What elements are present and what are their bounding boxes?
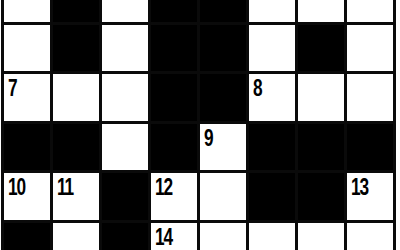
cell-r5c5[interactable]: [249, 223, 295, 250]
cell-r0c1-block: [53, 0, 99, 22]
cell-r1c6-block: [298, 25, 344, 72]
cell-r0c2[interactable]: [102, 0, 148, 22]
cell-r3c3-block: [151, 124, 197, 171]
cell-r1c1-block: [53, 25, 99, 72]
cell-r4c5-block: [249, 173, 295, 220]
cell-r5c3[interactable]: 14: [151, 223, 197, 250]
cell-r5c7[interactable]: [347, 223, 393, 250]
cell-r2c4-block: [200, 74, 246, 121]
cell-r3c6-block: [298, 124, 344, 171]
clue-number-9: 9: [204, 126, 213, 150]
cell-r4c4[interactable]: [200, 173, 246, 220]
cell-r4c3[interactable]: 12: [151, 173, 197, 220]
cell-r1c4-block: [200, 25, 246, 72]
cell-r5c4[interactable]: [200, 223, 246, 250]
cell-r5c2-block: [102, 223, 148, 250]
cell-r2c0[interactable]: 7: [4, 74, 50, 121]
cell-r4c6-block: [298, 173, 344, 220]
clue-number-10: 10: [8, 175, 25, 199]
cell-r5c1[interactable]: [53, 223, 99, 250]
cell-r3c4[interactable]: 9: [200, 124, 246, 171]
cell-r2c2[interactable]: [102, 74, 148, 121]
cell-r4c0[interactable]: 10: [4, 173, 50, 220]
cell-r1c7[interactable]: [347, 25, 393, 72]
clue-number-12: 12: [155, 175, 172, 199]
cell-r2c5[interactable]: 8: [249, 74, 295, 121]
clue-number-13: 13: [351, 175, 368, 199]
cell-r5c6[interactable]: [298, 223, 344, 250]
cell-r0c3-block: [151, 0, 197, 22]
cell-r4c1[interactable]: 11: [53, 173, 99, 220]
cell-r1c0[interactable]: [4, 25, 50, 72]
clue-number-7: 7: [8, 76, 17, 100]
cell-r2c6[interactable]: [298, 74, 344, 121]
cell-r5c0-block: [4, 223, 50, 250]
cell-r3c5-block: [249, 124, 295, 171]
cell-r4c7[interactable]: 13: [347, 173, 393, 220]
clue-number-14: 14: [155, 225, 172, 249]
cell-r4c2-block: [102, 173, 148, 220]
cell-r1c5[interactable]: [249, 25, 295, 72]
cell-r0c6[interactable]: [298, 0, 344, 22]
cell-r2c3-block: [151, 74, 197, 121]
clue-number-8: 8: [253, 76, 262, 100]
cell-r0c0[interactable]: [4, 0, 50, 22]
cell-r1c3-block: [151, 25, 197, 72]
clue-number-11: 11: [57, 175, 73, 199]
cell-r0c5[interactable]: [249, 0, 295, 22]
cell-r3c7-block: [347, 124, 393, 171]
cell-r0c7[interactable]: [347, 0, 393, 22]
cell-r2c1[interactable]: [53, 74, 99, 121]
cell-r3c0-block: [4, 124, 50, 171]
cell-r3c2[interactable]: [102, 124, 148, 171]
cell-r1c2[interactable]: [102, 25, 148, 72]
crossword-grid-viewport: 7891011121314: [0, 0, 400, 250]
cell-r0c4-block: [200, 0, 246, 22]
cell-r2c7[interactable]: [347, 74, 393, 121]
cell-r3c1-block: [53, 124, 99, 171]
crossword-grid: 7891011121314: [1, 0, 396, 250]
